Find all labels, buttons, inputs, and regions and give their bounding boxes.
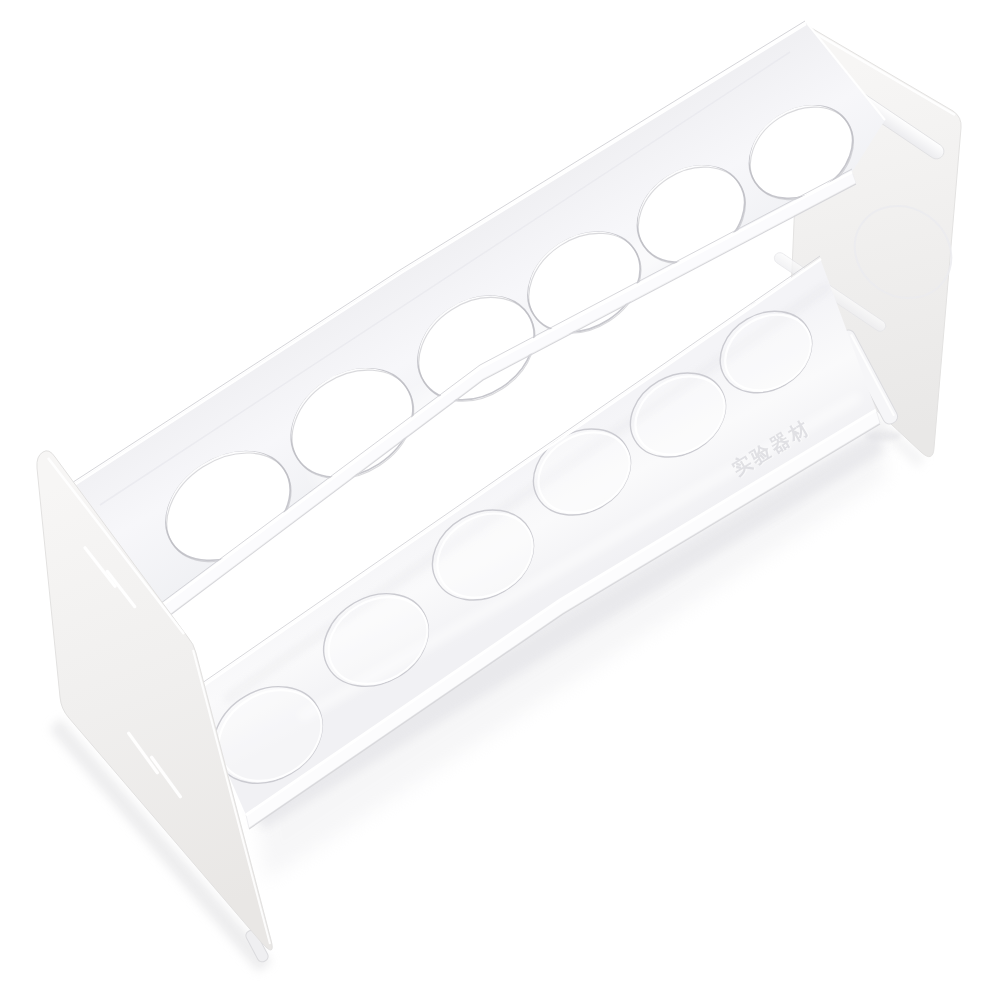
rack-illustration: 实验器材 实验器材 xyxy=(0,0,1000,1000)
product-photo-acrylic-test-tube-rack: 实验器材 实验器材 xyxy=(0,0,1000,1000)
